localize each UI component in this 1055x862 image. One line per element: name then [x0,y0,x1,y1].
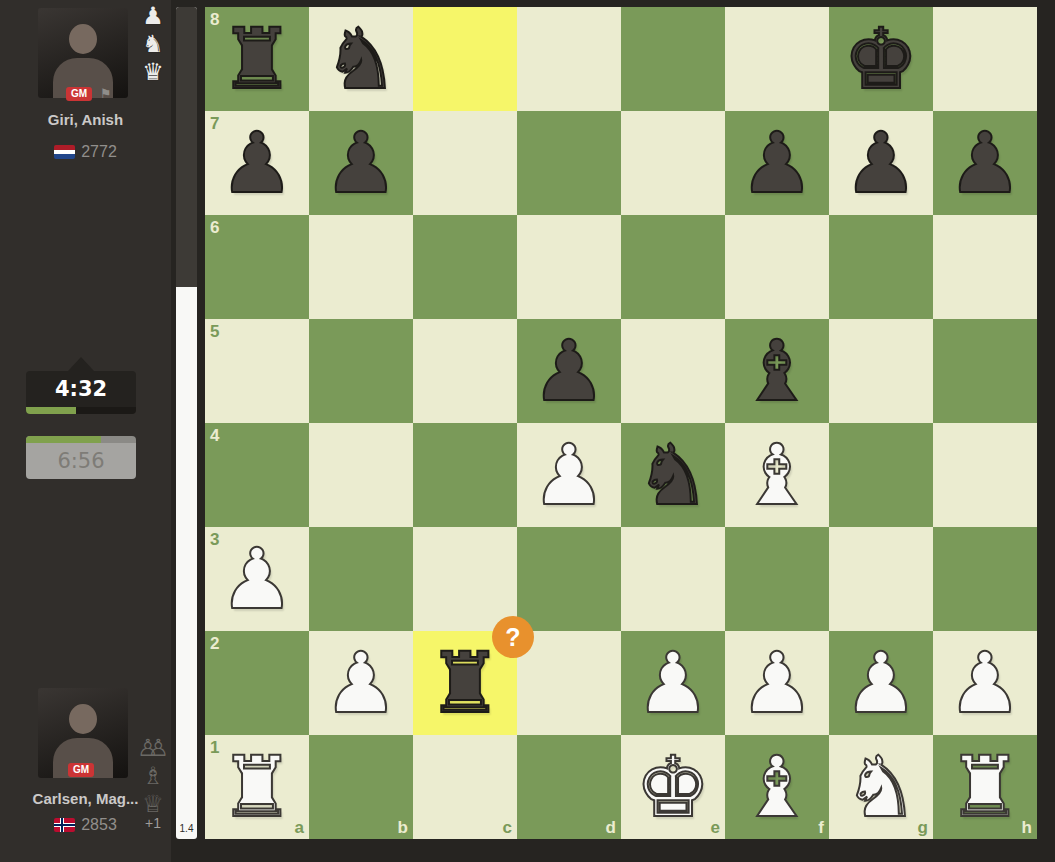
square-b8[interactable]: ♞ [309,7,413,111]
square-h5[interactable] [933,319,1037,423]
square-h8[interactable] [933,7,1037,111]
square-c4[interactable] [413,423,517,527]
chess-board: ? 8♜♞♚7♟♟♟♟♟65♟♝4♟♞♝3♟2♟♜♟♟♟♟1a♜bcde♚f♝g… [205,7,1037,839]
square-b4[interactable] [309,423,413,527]
white-pawn-e2[interactable]: ♟ [635,631,710,735]
square-b1[interactable]: b [309,735,413,839]
square-f3[interactable] [725,527,829,631]
mistake-badge: ? [492,616,534,658]
square-a8[interactable]: 8♜ [205,7,309,111]
file-label-h: h [1022,819,1032,836]
white-pawn-b2[interactable]: ♟ [323,631,398,735]
square-e6[interactable] [621,215,725,319]
eval-score: 1.4 [176,823,197,834]
file-label-e: e [711,819,720,836]
square-b2[interactable]: ♟ [309,631,413,735]
square-d7[interactable] [517,111,621,215]
square-c3[interactable] [413,527,517,631]
rating-row-top: 2772 [0,143,171,161]
square-e5[interactable] [621,319,725,423]
white-rook-a1[interactable]: ♜ [219,735,294,839]
square-d5[interactable]: ♟ [517,319,621,423]
white-king-e1[interactable]: ♚ [635,735,710,839]
clock-bottom-time: 6:56 [26,443,136,479]
clock-bottom-progress [26,436,136,443]
black-bishop-f5[interactable]: ♝ [739,319,814,423]
square-c8[interactable] [413,7,517,111]
square-d1[interactable]: d [517,735,621,839]
player-name-bottom[interactable]: Carlsen, Mag... [0,790,171,807]
clock-top: 4:32 [26,371,136,414]
sidebar: GM ⚑ ♟♞♛ Giri, Anish 2772 4:32 6:56 GM ♙… [0,0,171,862]
square-h1[interactable]: h♜ [933,735,1037,839]
square-c7[interactable] [413,111,517,215]
rank-label-6: 6 [210,219,219,236]
clock-bottom: 6:56 [26,436,136,479]
black-pawn-d5[interactable]: ♟ [531,319,606,423]
flair-icon: ⚑ [100,86,112,101]
square-a1[interactable]: 1a♜ [205,735,309,839]
rank-label-7: 7 [210,115,219,132]
square-c1[interactable]: c [413,735,517,839]
square-e8[interactable] [621,7,725,111]
rank-label-4: 4 [210,427,219,444]
avatar-giri[interactable] [38,8,128,98]
app: GM ⚑ ♟♞♛ Giri, Anish 2772 4:32 6:56 GM ♙… [0,0,1055,862]
square-b7[interactable]: ♟ [309,111,413,215]
square-f2[interactable]: ♟ [725,631,829,735]
square-d4[interactable]: ♟ [517,423,621,527]
black-pawn-f7[interactable]: ♟ [739,111,814,215]
white-pawn-a3[interactable]: ♟ [219,527,294,631]
clock-top-progress [26,407,136,414]
rating-bottom: 2853 [81,816,117,834]
square-f1[interactable]: f♝ [725,735,829,839]
square-f6[interactable] [725,215,829,319]
square-h4[interactable] [933,423,1037,527]
file-label-g: g [918,819,928,836]
gm-badge-top: GM [66,87,92,101]
square-g6[interactable] [829,215,933,319]
square-d3[interactable] [517,527,621,631]
file-label-a: a [295,819,304,836]
captured-pawn-pawn-icon: ♙♙ [136,734,170,762]
black-rook-c2[interactable]: ♜ [427,631,502,735]
square-e1[interactable]: e♚ [621,735,725,839]
white-pawn-g2[interactable]: ♟ [843,631,918,735]
black-pawn-h7[interactable]: ♟ [947,111,1022,215]
black-pawn-g7[interactable]: ♟ [843,111,918,215]
rating-row-bottom: 2853 [0,816,171,834]
square-g2[interactable]: ♟ [829,631,933,735]
black-knight-e4[interactable]: ♞ [635,423,710,527]
file-label-c: c [503,819,512,836]
captured-knight-icon: ♞ [136,30,170,58]
square-a3[interactable]: 3♟ [205,527,309,631]
square-f7[interactable]: ♟ [725,111,829,215]
black-rook-a8[interactable]: ♜ [219,7,294,111]
turn-caret-icon [68,357,94,371]
white-pawn-d4[interactable]: ♟ [531,423,606,527]
rank-label-5: 5 [210,323,219,340]
netherlands-flag-icon [54,145,75,159]
square-g4[interactable] [829,423,933,527]
captured-bishop-icon: ♗ [136,762,170,790]
square-c5[interactable] [413,319,517,423]
white-bishop-f4[interactable]: ♝ [739,423,814,527]
square-a5[interactable]: 5 [205,319,309,423]
eval-bar: 1.4 [176,7,197,839]
square-d6[interactable] [517,215,621,319]
rank-label-2: 2 [210,635,219,652]
square-g5[interactable] [829,319,933,423]
square-d8[interactable] [517,7,621,111]
file-label-b: b [398,819,408,836]
rating-top: 2772 [81,143,117,161]
square-g8[interactable]: ♚ [829,7,933,111]
square-e2[interactable]: ♟ [621,631,725,735]
white-rook-h1[interactable]: ♜ [947,735,1022,839]
square-h6[interactable] [933,215,1037,319]
file-label-d: d [606,819,616,836]
square-b3[interactable] [309,527,413,631]
square-h7[interactable]: ♟ [933,111,1037,215]
square-e4[interactable]: ♞ [621,423,725,527]
gm-badge-bottom: GM [68,763,94,777]
rank-label-3: 3 [210,531,219,548]
clock-top-time: 4:32 [26,371,136,407]
square-a4[interactable]: 4 [205,423,309,527]
square-a7[interactable]: 7♟ [205,111,309,215]
captured-pawn-icon: ♟ [136,2,170,30]
square-f4[interactable]: ♝ [725,423,829,527]
white-bishop-f1[interactable]: ♝ [739,735,814,839]
eval-bar-black-section [176,7,197,287]
square-b5[interactable] [309,319,413,423]
black-knight-b8[interactable]: ♞ [323,7,398,111]
white-pawn-h2[interactable]: ♟ [947,631,1022,735]
white-pawn-f2[interactable]: ♟ [739,631,814,735]
square-b6[interactable] [309,215,413,319]
white-knight-g1[interactable]: ♞ [843,735,918,839]
square-h2[interactable]: ♟ [933,631,1037,735]
square-g3[interactable] [829,527,933,631]
square-h3[interactable] [933,527,1037,631]
norway-flag-icon [54,818,75,832]
player-name-top[interactable]: Giri, Anish [0,111,171,128]
black-king-g8[interactable]: ♚ [843,7,918,111]
square-d2[interactable] [517,631,621,735]
rank-label-8: 8 [210,11,219,28]
square-e7[interactable] [621,111,725,215]
square-f8[interactable] [725,7,829,111]
square-a2[interactable]: 2 [205,631,309,735]
square-g7[interactable]: ♟ [829,111,933,215]
captured-pieces-top: ♟♞♛ [136,2,170,86]
square-f5[interactable]: ♝ [725,319,829,423]
square-e3[interactable] [621,527,725,631]
black-pawn-b7[interactable]: ♟ [323,111,398,215]
captured-queen-icon: ♛ [136,58,170,86]
square-a6[interactable]: 6 [205,215,309,319]
file-label-f: f [818,819,824,836]
rank-label-1: 1 [210,739,219,756]
black-pawn-a7[interactable]: ♟ [219,111,294,215]
eval-gutter: 1.4 [171,0,205,862]
square-g1[interactable]: g♞ [829,735,933,839]
square-c6[interactable] [413,215,517,319]
